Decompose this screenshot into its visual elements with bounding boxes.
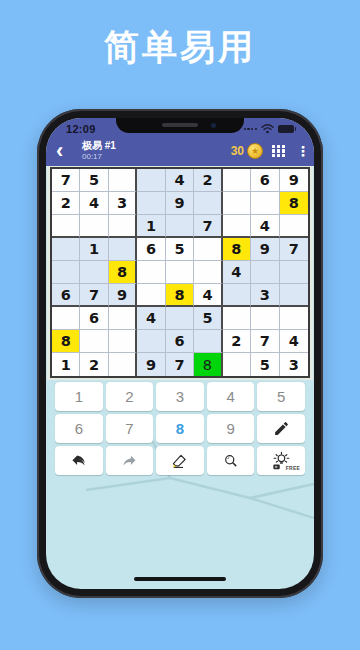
cell-r1c5[interactable]: 4 [166, 169, 194, 192]
find-button[interactable] [207, 446, 255, 475]
coin-icon[interactable]: ★ [247, 143, 263, 159]
cell-r2c1[interactable]: 2 [52, 192, 80, 215]
cell-r7c6[interactable]: 5 [194, 307, 222, 330]
board-grid-menu-button[interactable] [272, 145, 285, 158]
cell-r3c2[interactable] [80, 215, 108, 238]
cell-r1c9[interactable]: 9 [280, 169, 308, 192]
digit-key-8-selected[interactable]: 8 [156, 414, 204, 443]
cell-r4c1[interactable] [52, 238, 80, 261]
cell-r8c3[interactable] [109, 330, 137, 353]
clock-time: 12:09 [66, 123, 96, 135]
cell-r9c3[interactable] [109, 353, 137, 376]
digit-key-6[interactable]: 6 [55, 414, 103, 443]
cell-r6c5[interactable]: 8 [166, 284, 194, 307]
appbar-nav-row: ‹ 极易 #1 00:17 30 ★ ⋮ [46, 136, 314, 166]
cell-r4c4[interactable]: 6 [137, 238, 165, 261]
cell-r1c7[interactable] [223, 169, 251, 192]
cell-r8c7[interactable]: 2 [223, 330, 251, 353]
eraser-button[interactable] [156, 446, 204, 475]
cell-r1c3[interactable] [109, 169, 137, 192]
elapsed-timer: 00:17 [82, 152, 116, 162]
cell-r5c7[interactable]: 4 [223, 261, 251, 284]
cell-r5c8[interactable] [251, 261, 279, 284]
cell-r5c9[interactable] [280, 261, 308, 284]
cell-r1c1[interactable]: 7 [52, 169, 80, 192]
cell-r9c7[interactable] [223, 353, 251, 376]
phone-screen: 12:09 ‹ 极易 #1 00:1 [46, 118, 314, 589]
cell-r4c6[interactable] [194, 238, 222, 261]
cell-r8c8[interactable]: 7 [251, 330, 279, 353]
speaker-grille [162, 123, 198, 127]
cell-r2c6[interactable] [194, 192, 222, 215]
cell-r9c9[interactable]: 3 [280, 353, 308, 376]
cell-r4c2[interactable]: 1 [80, 238, 108, 261]
digit-key-5[interactable]: 5 [257, 382, 305, 411]
cell-r3c8[interactable]: 4 [251, 215, 279, 238]
digit-key-3[interactable]: 3 [156, 382, 204, 411]
cell-r9c2[interactable]: 2 [80, 353, 108, 376]
cell-r3c3[interactable] [109, 215, 137, 238]
cell-r3c6[interactable]: 7 [194, 215, 222, 238]
cell-r1c8[interactable]: 6 [251, 169, 279, 192]
cell-r7c5[interactable] [166, 307, 194, 330]
magnifier-icon [222, 452, 240, 470]
page-title: 简单易用 [0, 24, 360, 71]
cell-r3c5[interactable] [166, 215, 194, 238]
coin-count: 30 [231, 144, 244, 158]
cell-r5c2[interactable] [80, 261, 108, 284]
cell-r6c1[interactable]: 6 [52, 284, 80, 307]
cell-r2c8[interactable] [251, 192, 279, 215]
cell-r6c9[interactable] [280, 284, 308, 307]
sudoku-grid: 7542692439817416589784679843645862741297… [50, 167, 310, 378]
home-indicator[interactable] [134, 577, 226, 582]
digit-key-9[interactable]: 9 [207, 414, 255, 443]
hint-button[interactable]: FREE [257, 446, 305, 475]
cell-r1c6[interactable]: 2 [194, 169, 222, 192]
cell-r8c9[interactable]: 4 [280, 330, 308, 353]
cell-r8c5[interactable]: 6 [166, 330, 194, 353]
puzzle-title: 极易 #1 [82, 140, 116, 152]
cell-r2c2[interactable]: 4 [80, 192, 108, 215]
cell-r5c5[interactable] [166, 261, 194, 284]
cell-r2c9[interactable]: 8 [280, 192, 308, 215]
cell-r9c6[interactable]: 8 [194, 353, 222, 376]
cell-r2c7[interactable] [223, 192, 251, 215]
cell-r1c4[interactable] [137, 169, 165, 192]
cell-r7c7[interactable] [223, 307, 251, 330]
cell-r6c6[interactable]: 4 [194, 284, 222, 307]
cell-r7c3[interactable] [109, 307, 137, 330]
cell-r1c2[interactable]: 5 [80, 169, 108, 192]
undo-icon [69, 452, 88, 469]
back-button[interactable]: ‹ [56, 138, 78, 164]
cellular-signal-icon [244, 128, 257, 130]
cell-r4c3[interactable] [109, 238, 137, 261]
cell-r7c9[interactable] [280, 307, 308, 330]
cell-r5c6[interactable] [194, 261, 222, 284]
cell-r5c3[interactable]: 8 [109, 261, 137, 284]
cell-r2c4[interactable] [137, 192, 165, 215]
pencil-notes-button[interactable] [257, 414, 305, 443]
eraser-icon [170, 452, 189, 470]
front-camera [211, 123, 217, 129]
digit-key-1[interactable]: 1 [55, 382, 103, 411]
cell-r4c7[interactable]: 8 [223, 238, 251, 261]
cell-r9c8[interactable]: 5 [251, 353, 279, 376]
cell-r4c8[interactable]: 9 [251, 238, 279, 261]
cell-r6c4[interactable] [137, 284, 165, 307]
cell-r9c1[interactable]: 1 [52, 353, 80, 376]
cell-r5c4[interactable] [137, 261, 165, 284]
cell-r8c6[interactable] [194, 330, 222, 353]
cell-r7c2[interactable]: 6 [80, 307, 108, 330]
cell-r2c3[interactable]: 3 [109, 192, 137, 215]
cell-r3c9[interactable] [280, 215, 308, 238]
phone-notch [116, 118, 244, 133]
cell-r3c1[interactable] [52, 215, 80, 238]
phone-frame: 12:09 ‹ 极易 #1 00:1 [37, 109, 323, 598]
cell-r2c5[interactable]: 9 [166, 192, 194, 215]
pencil-icon [273, 420, 290, 437]
cell-r5c1[interactable] [52, 261, 80, 284]
cell-r6c7[interactable] [223, 284, 251, 307]
cell-r3c7[interactable] [223, 215, 251, 238]
cell-r7c4[interactable]: 4 [137, 307, 165, 330]
cell-r9c5[interactable]: 7 [166, 353, 194, 376]
cell-r6c3[interactable]: 9 [109, 284, 137, 307]
cell-r4c5[interactable]: 5 [166, 238, 194, 261]
wifi-icon [261, 124, 274, 134]
digit-key-2[interactable]: 2 [106, 382, 154, 411]
undo-button[interactable] [55, 446, 103, 475]
cell-r8c4[interactable] [137, 330, 165, 353]
digit-key-7[interactable]: 7 [106, 414, 154, 443]
cell-r8c2[interactable] [80, 330, 108, 353]
cell-r6c2[interactable]: 7 [80, 284, 108, 307]
cell-r6c8[interactable]: 3 [251, 284, 279, 307]
cell-r7c8[interactable] [251, 307, 279, 330]
battery-icon [278, 125, 294, 133]
redo-button[interactable] [106, 446, 154, 475]
cell-r9c4[interactable]: 9 [137, 353, 165, 376]
cell-r3c4[interactable]: 1 [137, 215, 165, 238]
redo-icon [120, 452, 139, 469]
numpad: 1 2 3 4 5 6 7 8 9 [55, 382, 305, 475]
overflow-menu-button[interactable]: ⋮ [296, 143, 304, 159]
cell-r7c1[interactable] [52, 307, 80, 330]
digit-key-4[interactable]: 4 [207, 382, 255, 411]
hint-free-badge: FREE [286, 465, 300, 471]
cell-r4c9[interactable]: 7 [280, 238, 308, 261]
cell-r8c1[interactable]: 8 [52, 330, 80, 353]
